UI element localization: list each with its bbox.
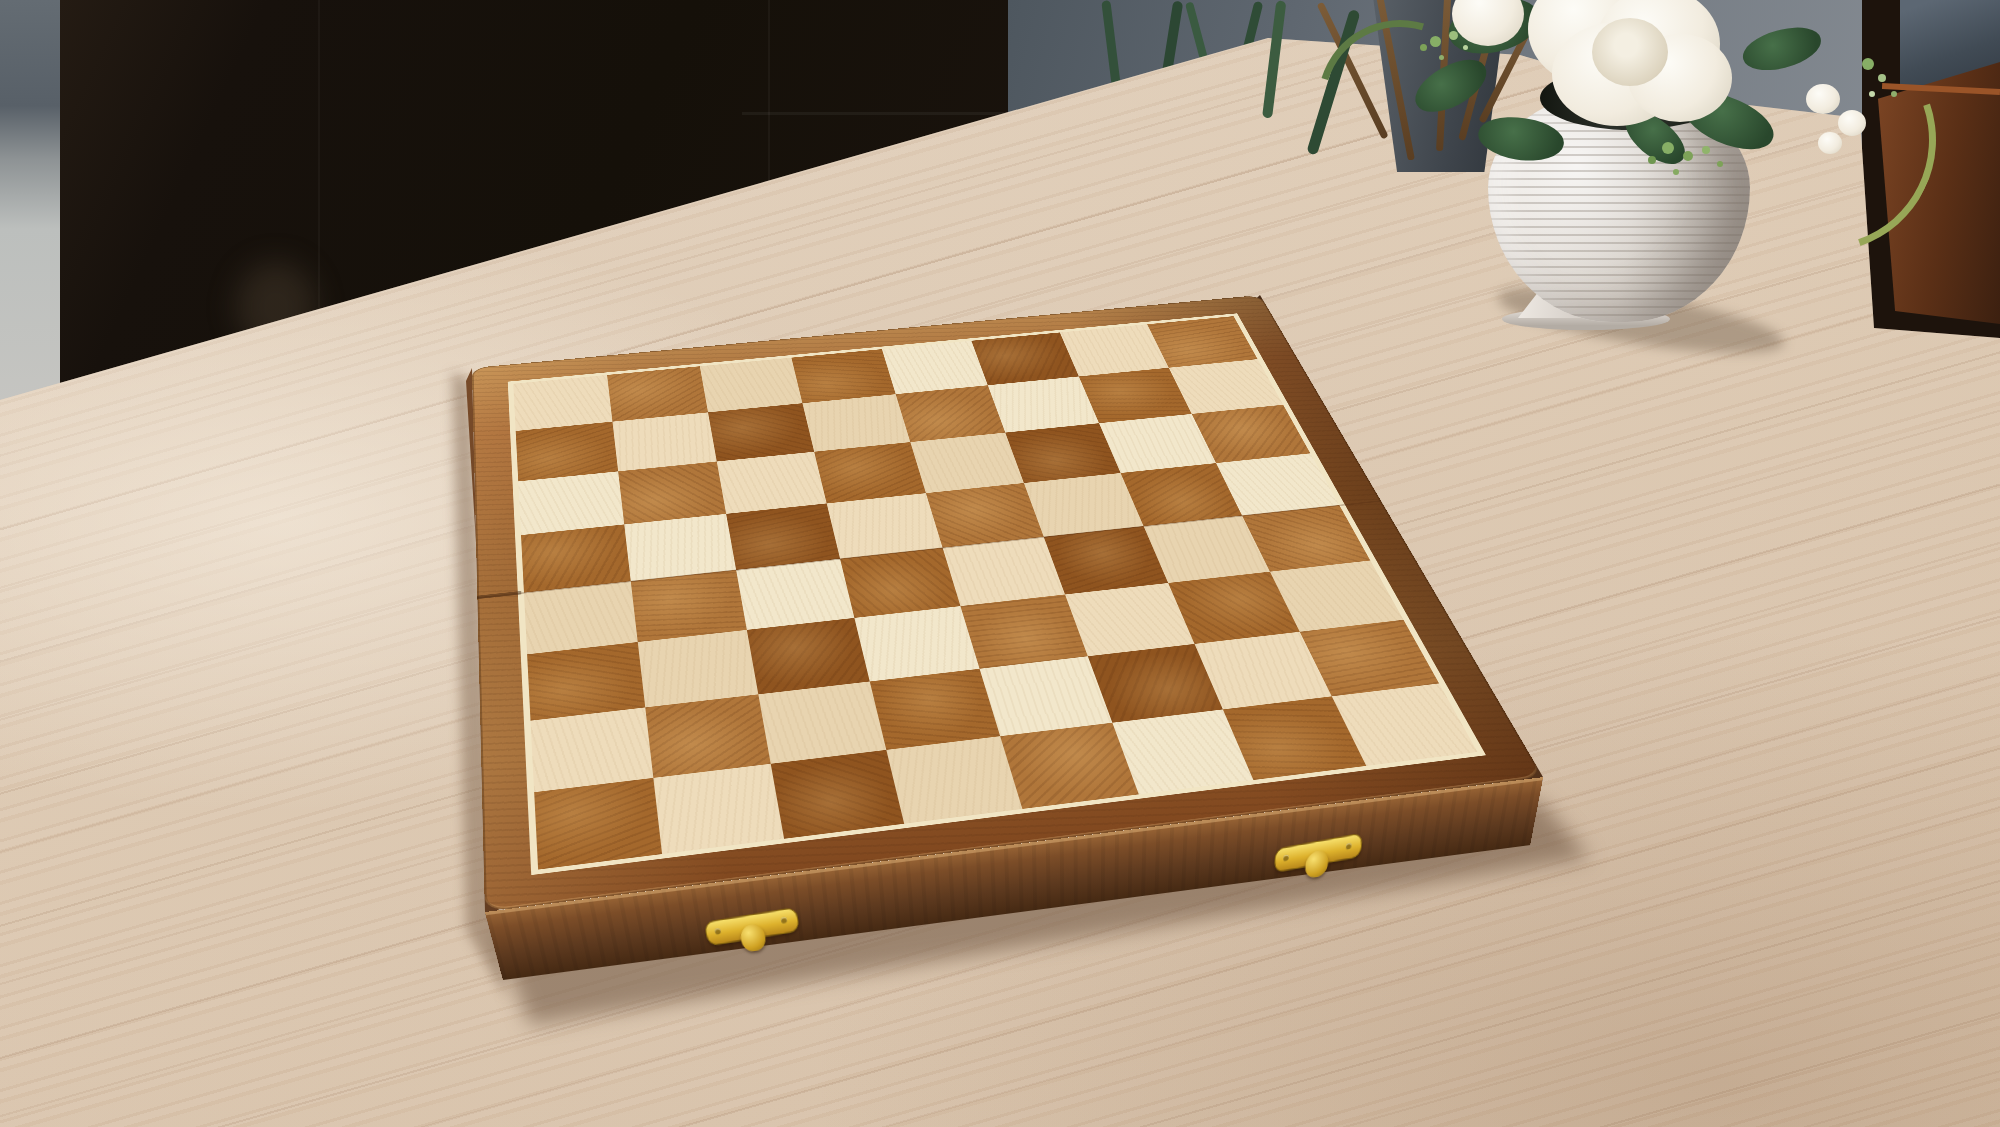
- white-rose-center: [1592, 18, 1668, 86]
- white-blossom: [1818, 132, 1842, 154]
- floor: [0, 0, 60, 440]
- bud-leaf: [1662, 142, 1674, 154]
- white-blossom: [1838, 110, 1866, 136]
- photo-scene: [0, 0, 2000, 1127]
- board-square: [653, 764, 784, 854]
- white-blossom: [1806, 84, 1840, 114]
- cabinet-seam: [742, 112, 1010, 115]
- brass-clasp-left: [703, 907, 798, 946]
- bud-leaf: [1862, 58, 1874, 70]
- bud-leaf: [1430, 36, 1441, 47]
- board-square: [534, 778, 662, 870]
- board-fold-seam: [477, 591, 521, 599]
- board-square: [886, 736, 1022, 824]
- brass-clasp-right: [1274, 833, 1361, 873]
- board-square: [771, 750, 904, 839]
